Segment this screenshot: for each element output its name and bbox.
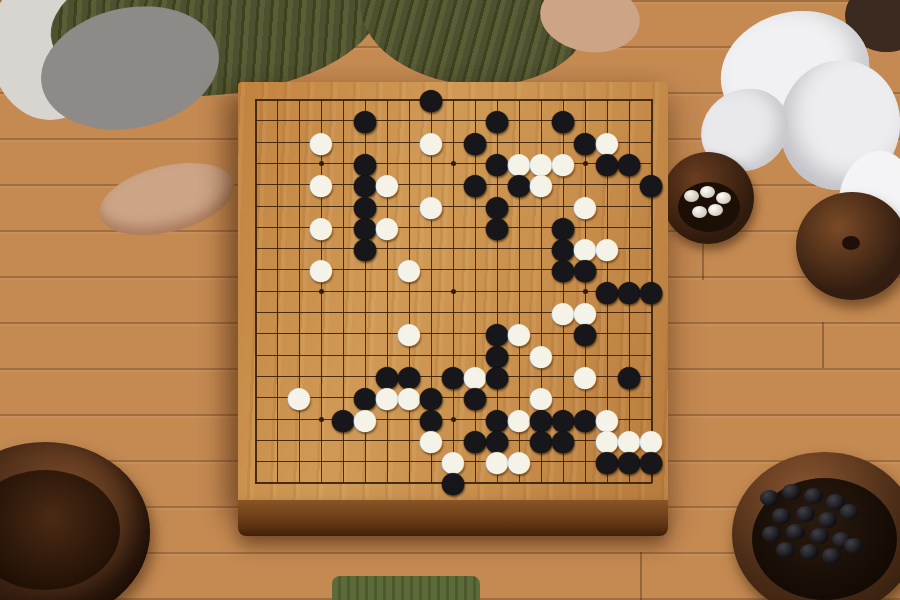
star-point [319, 417, 324, 422]
star-point [583, 161, 588, 166]
star-point [583, 417, 588, 422]
bowl-black-stone [810, 528, 829, 544]
grid-line-v [607, 99, 608, 483]
grid-line-v [519, 99, 520, 483]
grid-line-h [255, 482, 652, 484]
grid-line-h [255, 461, 652, 462]
bowl-white-stone [708, 204, 723, 216]
star-point [583, 289, 588, 294]
bowl-black-stone [796, 506, 815, 522]
bowl-black-stone [782, 484, 801, 500]
star-point [319, 161, 324, 166]
tatami-mat [332, 576, 480, 600]
bowl-black-stone [840, 504, 859, 520]
star-point [451, 161, 456, 166]
grid-line-h [255, 397, 652, 398]
grid-line-h [255, 355, 652, 356]
bowl-black-stone [818, 512, 837, 528]
bowl-black-stone [804, 488, 823, 504]
go-bowl-white-inner [678, 182, 740, 232]
grid-line-v [541, 99, 542, 483]
grid-line-v [497, 99, 498, 483]
bowl-white-stone [716, 192, 731, 204]
bowl-black-stone [844, 538, 863, 554]
go-board-front-edge [238, 500, 668, 536]
star-point [451, 417, 456, 422]
bowl-black-stone [776, 542, 795, 558]
grid-line-v [629, 99, 630, 483]
bowl-white-stone [692, 206, 707, 218]
grid-line-v [475, 99, 476, 483]
grid-line-h [255, 440, 652, 441]
bowl-black-stone [786, 524, 805, 540]
bowl-white-stone [684, 190, 699, 202]
lid-knob [842, 236, 860, 250]
bowl-black-stone [762, 526, 781, 542]
bowl-white-stone [700, 186, 715, 198]
grid-line-v [651, 99, 653, 483]
grid-line-h [255, 376, 652, 377]
floor-seam [640, 552, 642, 600]
star-point [319, 289, 324, 294]
go-bowl-black-inner [752, 478, 897, 600]
star-point [451, 289, 456, 294]
go-board: ●●●●●●●●●●●●●●●●●●●●●●●●●●●●●●●●●●●●●●●●… [238, 82, 668, 504]
grid-line-h [255, 333, 652, 334]
bowl-black-stone [822, 548, 841, 564]
photo-scene: ●●●●●●●●●●●●●●●●●●●●●●●●●●●●●●●●●●●●●●●●… [0, 0, 900, 600]
bowl-black-stone [760, 490, 779, 506]
grid-line-h [255, 312, 652, 313]
grid-line-v [563, 99, 564, 483]
floor-seam [822, 322, 824, 368]
bowl-black-stone [772, 508, 791, 524]
bowl-black-stone [800, 544, 819, 560]
